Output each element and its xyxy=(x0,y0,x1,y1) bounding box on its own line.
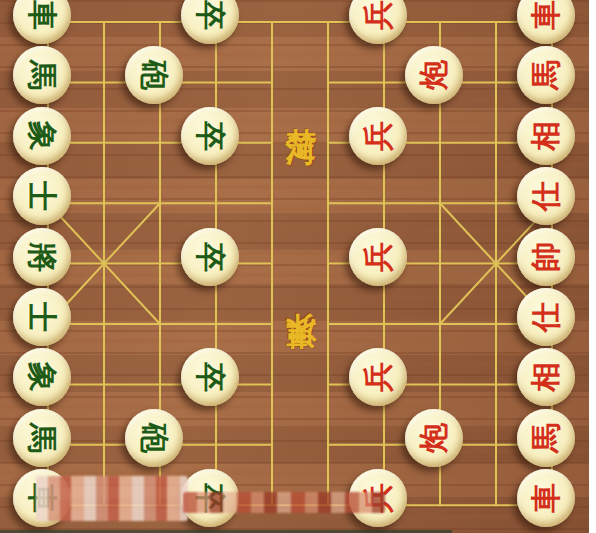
watermark-mosaic-strip xyxy=(183,492,385,513)
piece-character: 兵 xyxy=(363,121,393,151)
piece-character: 炮 xyxy=(419,60,449,90)
piece-black-soldier[interactable]: 卒 xyxy=(181,348,239,406)
piece-red-general[interactable]: 帥 xyxy=(517,228,575,286)
piece-red-advisor[interactable]: 仕 xyxy=(517,288,575,346)
piece-character: 炮 xyxy=(419,423,449,453)
piece-black-cannon[interactable]: 砲 xyxy=(125,409,183,467)
piece-black-horse[interactable]: 馬 xyxy=(13,409,71,467)
piece-black-advisor[interactable]: 士 xyxy=(13,288,71,346)
piece-character: 馬 xyxy=(531,423,561,453)
piece-black-advisor[interactable]: 士 xyxy=(13,167,71,225)
piece-character: 砲 xyxy=(139,423,169,453)
piece-character: 仕 xyxy=(531,181,561,211)
piece-character: 車 xyxy=(27,0,57,30)
piece-character: 卒 xyxy=(195,362,225,392)
piece-red-advisor[interactable]: 仕 xyxy=(517,167,575,225)
piece-character: 兵 xyxy=(363,362,393,392)
piece-red-chariot[interactable]: 車 xyxy=(517,469,575,527)
piece-black-general[interactable]: 將 xyxy=(13,228,71,286)
piece-character: 車 xyxy=(531,483,561,513)
piece-character: 兵 xyxy=(363,242,393,272)
piece-character: 象 xyxy=(27,121,57,151)
piece-black-soldier[interactable]: 卒 xyxy=(181,107,239,165)
piece-character: 相 xyxy=(531,121,561,151)
piece-red-soldier[interactable]: 兵 xyxy=(349,228,407,286)
watermark-mosaic-blob xyxy=(36,476,188,521)
piece-character: 卒 xyxy=(195,121,225,151)
piece-character: 卒 xyxy=(195,242,225,272)
piece-red-soldier[interactable]: 兵 xyxy=(349,107,407,165)
piece-character: 車 xyxy=(531,0,561,30)
wooden-board-surface: 楚河 漢界 車馬象士將士象馬車砲砲卒卒卒卒卒兵兵兵兵兵炮炮車馬相仕帥仕相馬車 xyxy=(0,0,589,533)
river-label-chu-he: 楚河 xyxy=(286,103,317,117)
piece-black-horse[interactable]: 馬 xyxy=(13,46,71,104)
piece-red-horse[interactable]: 馬 xyxy=(517,46,575,104)
piece-character: 士 xyxy=(27,302,57,332)
piece-character: 馬 xyxy=(27,60,57,90)
piece-character: 卒 xyxy=(195,0,225,30)
piece-character: 砲 xyxy=(139,60,169,90)
piece-black-elephant[interactable]: 象 xyxy=(13,348,71,406)
piece-red-elephant[interactable]: 相 xyxy=(517,107,575,165)
piece-character: 將 xyxy=(27,242,57,272)
piece-red-cannon[interactable]: 炮 xyxy=(405,409,463,467)
piece-character: 象 xyxy=(27,362,57,392)
piece-red-horse[interactable]: 馬 xyxy=(517,409,575,467)
piece-black-soldier[interactable]: 卒 xyxy=(181,228,239,286)
piece-character: 帥 xyxy=(531,242,561,272)
river-label-han-jie: 漢界 xyxy=(286,361,317,375)
piece-red-elephant[interactable]: 相 xyxy=(517,348,575,406)
piece-character: 士 xyxy=(27,181,57,211)
piece-character: 相 xyxy=(531,362,561,392)
piece-character: 馬 xyxy=(27,423,57,453)
xiangqi-board: 楚河 漢界 車馬象士將士象馬車砲砲卒卒卒卒卒兵兵兵兵兵炮炮車馬相仕帥仕相馬車 xyxy=(0,0,596,533)
piece-character: 馬 xyxy=(531,60,561,90)
piece-black-elephant[interactable]: 象 xyxy=(13,107,71,165)
piece-black-cannon[interactable]: 砲 xyxy=(125,46,183,104)
piece-red-cannon[interactable]: 炮 xyxy=(405,46,463,104)
piece-character: 仕 xyxy=(531,302,561,332)
piece-red-soldier[interactable]: 兵 xyxy=(349,348,407,406)
right-white-margin xyxy=(589,0,596,533)
piece-character: 兵 xyxy=(363,0,393,30)
board-grid-lines xyxy=(0,0,596,533)
